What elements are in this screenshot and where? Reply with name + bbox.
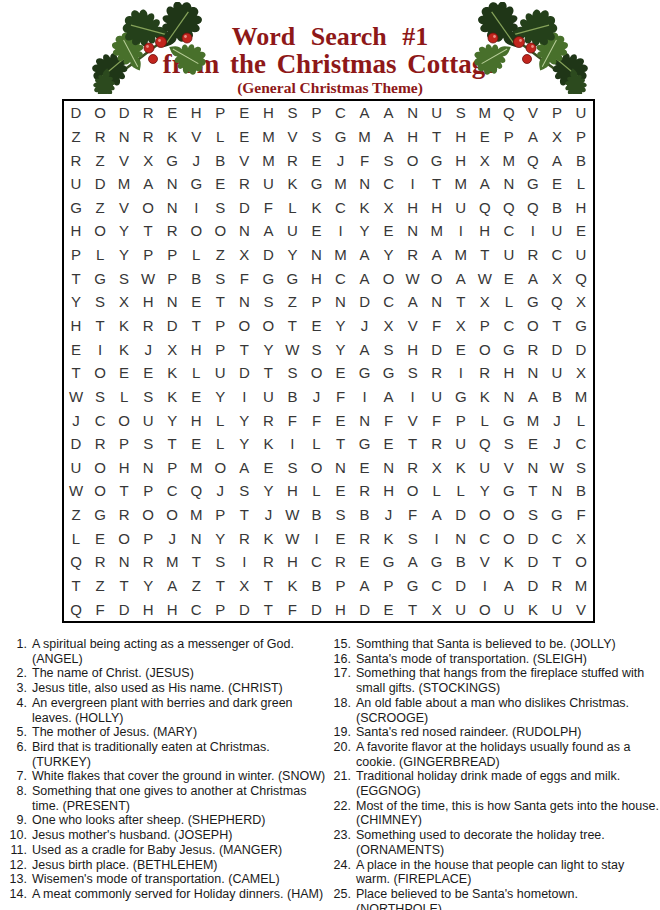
grid-cell[interactable]: E (328, 408, 352, 432)
grid-cell[interactable]: J (304, 385, 328, 409)
grid-cell[interactable]: P (449, 408, 473, 432)
grid-cell[interactable]: F (328, 385, 352, 409)
grid-cell[interactable]: F (232, 266, 256, 290)
grid-cell[interactable]: P (208, 101, 232, 125)
grid-cell[interactable]: E (377, 432, 401, 456)
grid-cell[interactable]: A (401, 290, 425, 314)
grid-cell[interactable]: U (545, 219, 569, 243)
grid-cell[interactable]: U (569, 243, 593, 267)
grid-cell[interactable]: T (112, 479, 136, 503)
grid-cell[interactable]: G (353, 361, 377, 385)
grid-cell[interactable]: E (473, 125, 497, 149)
grid-cell[interactable]: T (184, 314, 208, 338)
grid-cell[interactable]: O (473, 597, 497, 621)
grid-cell[interactable]: D (569, 337, 593, 361)
grid-cell[interactable]: C (497, 219, 521, 243)
grid-cell[interactable]: M (256, 148, 280, 172)
grid-cell[interactable]: J (208, 479, 232, 503)
grid-cell[interactable]: C (184, 597, 208, 621)
grid-cell[interactable]: T (88, 314, 112, 338)
grid-cell[interactable]: X (449, 314, 473, 338)
grid-cell[interactable]: O (208, 456, 232, 480)
grid-cell[interactable]: E (232, 101, 256, 125)
grid-cell[interactable]: U (280, 219, 304, 243)
grid-cell[interactable]: L (112, 385, 136, 409)
grid-cell[interactable]: A (497, 574, 521, 598)
grid-cell[interactable]: E (184, 385, 208, 409)
grid-cell[interactable]: K (280, 574, 304, 598)
grid-cell[interactable]: X (569, 290, 593, 314)
grid-cell[interactable]: P (569, 125, 593, 149)
grid-cell[interactable]: E (160, 101, 184, 125)
grid-cell[interactable]: U (425, 385, 449, 409)
grid-cell[interactable]: J (160, 526, 184, 550)
grid-cell[interactable]: O (497, 503, 521, 527)
grid-cell[interactable]: X (232, 574, 256, 598)
grid-cell[interactable]: H (449, 148, 473, 172)
grid-cell[interactable]: T (112, 574, 136, 598)
grid-cell[interactable]: O (88, 101, 112, 125)
grid-cell[interactable]: P (208, 314, 232, 338)
grid-cell[interactable]: K (160, 385, 184, 409)
grid-cell[interactable]: L (304, 432, 328, 456)
grid-cell[interactable]: S (208, 196, 232, 220)
grid-cell[interactable]: N (425, 290, 449, 314)
grid-cell[interactable]: W (401, 266, 425, 290)
grid-cell[interactable]: T (136, 219, 160, 243)
grid-cell[interactable]: R (473, 361, 497, 385)
grid-cell[interactable]: U (497, 597, 521, 621)
grid-cell[interactable]: D (425, 337, 449, 361)
grid-cell[interactable]: O (184, 219, 208, 243)
grid-cell[interactable]: D (160, 314, 184, 338)
grid-cell[interactable]: Q (473, 432, 497, 456)
grid-cell[interactable]: E (112, 361, 136, 385)
grid-cell[interactable]: E (521, 432, 545, 456)
grid-cell[interactable]: S (256, 290, 280, 314)
grid-cell[interactable]: P (112, 432, 136, 456)
grid-cell[interactable]: E (545, 172, 569, 196)
grid-cell[interactable]: H (377, 479, 401, 503)
grid-cell[interactable]: P (136, 243, 160, 267)
grid-cell[interactable]: A (425, 243, 449, 267)
grid-cell[interactable]: N (112, 125, 136, 149)
grid-cell[interactable]: S (88, 385, 112, 409)
grid-cell[interactable]: E (88, 526, 112, 550)
grid-cell[interactable]: A (136, 172, 160, 196)
grid-cell[interactable]: R (136, 550, 160, 574)
grid-cell[interactable]: S (569, 456, 593, 480)
grid-cell[interactable]: E (328, 479, 352, 503)
grid-cell[interactable]: O (88, 219, 112, 243)
grid-cell[interactable]: T (280, 314, 304, 338)
grid-cell[interactable]: S (304, 125, 328, 149)
grid-cell[interactable]: U (473, 456, 497, 480)
grid-cell[interactable]: V (521, 101, 545, 125)
grid-cell[interactable]: U (449, 432, 473, 456)
grid-cell[interactable]: S (377, 337, 401, 361)
grid-cell[interactable]: E (256, 456, 280, 480)
grid-cell[interactable]: V (473, 550, 497, 574)
grid-cell[interactable]: C (425, 574, 449, 598)
grid-cell[interactable]: I (280, 432, 304, 456)
grid-cell[interactable]: R (88, 125, 112, 149)
grid-cell[interactable]: P (136, 526, 160, 550)
grid-cell[interactable]: Z (184, 574, 208, 598)
grid-cell[interactable]: I (304, 526, 328, 550)
grid-cell[interactable]: T (64, 266, 88, 290)
grid-cell[interactable]: T (232, 503, 256, 527)
grid-cell[interactable]: R (401, 456, 425, 480)
grid-cell[interactable]: J (136, 337, 160, 361)
grid-cell[interactable]: L (304, 479, 328, 503)
grid-cell[interactable]: L (280, 196, 304, 220)
grid-cell[interactable]: V (497, 456, 521, 480)
grid-cell[interactable]: Q (545, 290, 569, 314)
grid-cell[interactable]: O (304, 456, 328, 480)
grid-cell[interactable]: F (377, 408, 401, 432)
grid-cell[interactable]: F (88, 597, 112, 621)
grid-cell[interactable]: L (569, 408, 593, 432)
grid-cell[interactable]: M (184, 456, 208, 480)
grid-cell[interactable]: I (401, 385, 425, 409)
grid-cell[interactable]: P (304, 290, 328, 314)
grid-cell[interactable]: N (401, 101, 425, 125)
grid-cell[interactable]: H (136, 290, 160, 314)
grid-cell[interactable]: R (88, 550, 112, 574)
grid-cell[interactable]: G (184, 172, 208, 196)
grid-cell[interactable]: R (112, 503, 136, 527)
grid-cell[interactable]: K (304, 196, 328, 220)
grid-cell[interactable]: H (280, 550, 304, 574)
grid-cell[interactable]: A (256, 219, 280, 243)
grid-cell[interactable]: D (449, 503, 473, 527)
grid-cell[interactable]: Z (88, 574, 112, 598)
grid-cell[interactable]: E (353, 550, 377, 574)
grid-cell[interactable]: E (328, 361, 352, 385)
grid-cell[interactable]: V (112, 148, 136, 172)
grid-cell[interactable]: H (425, 196, 449, 220)
grid-cell[interactable]: O (569, 550, 593, 574)
grid-cell[interactable]: I (328, 219, 352, 243)
grid-cell[interactable]: B (353, 503, 377, 527)
grid-cell[interactable]: M (328, 243, 352, 267)
grid-cell[interactable]: N (497, 172, 521, 196)
grid-cell[interactable]: C (545, 243, 569, 267)
grid-cell[interactable]: Z (88, 196, 112, 220)
grid-cell[interactable]: O (256, 314, 280, 338)
grid-cell[interactable]: U (64, 456, 88, 480)
grid-cell[interactable]: L (569, 172, 593, 196)
grid-cell[interactable]: P (328, 574, 352, 598)
grid-cell[interactable]: K (160, 125, 184, 149)
grid-cell[interactable]: Q (473, 196, 497, 220)
grid-cell[interactable]: U (256, 385, 280, 409)
grid-cell[interactable]: Y (280, 243, 304, 267)
grid-cell[interactable]: G (449, 385, 473, 409)
grid-cell[interactable]: P (304, 101, 328, 125)
grid-cell[interactable]: W (545, 456, 569, 480)
grid-cell[interactable]: P (160, 266, 184, 290)
grid-cell[interactable]: J (328, 148, 352, 172)
grid-cell[interactable]: D (521, 526, 545, 550)
grid-cell[interactable]: O (377, 266, 401, 290)
grid-cell[interactable]: E (208, 172, 232, 196)
grid-cell[interactable]: T (184, 550, 208, 574)
grid-cell[interactable]: A (377, 385, 401, 409)
grid-cell[interactable]: R (545, 574, 569, 598)
grid-cell[interactable]: I (521, 219, 545, 243)
grid-cell[interactable]: G (401, 574, 425, 598)
grid-cell[interactable]: N (304, 243, 328, 267)
grid-cell[interactable]: Z (64, 503, 88, 527)
grid-cell[interactable]: N (160, 196, 184, 220)
grid-cell[interactable]: U (545, 597, 569, 621)
grid-cell[interactable]: P (208, 597, 232, 621)
grid-cell[interactable]: G (88, 266, 112, 290)
grid-cell[interactable]: A (353, 266, 377, 290)
grid-cell[interactable]: D (232, 597, 256, 621)
grid-cell[interactable]: A (545, 148, 569, 172)
grid-cell[interactable]: N (232, 219, 256, 243)
grid-cell[interactable]: X (473, 148, 497, 172)
grid-cell[interactable]: M (328, 172, 352, 196)
grid-cell[interactable]: J (64, 408, 88, 432)
grid-cell[interactable]: A (377, 125, 401, 149)
grid-cell[interactable]: R (232, 526, 256, 550)
grid-cell[interactable]: Y (136, 574, 160, 598)
grid-cell[interactable]: R (280, 148, 304, 172)
grid-cell[interactable]: S (232, 479, 256, 503)
grid-cell[interactable]: H (401, 125, 425, 149)
grid-cell[interactable]: T (401, 597, 425, 621)
grid-cell[interactable]: C (88, 408, 112, 432)
grid-cell[interactable]: Y (256, 337, 280, 361)
grid-cell[interactable]: W (136, 266, 160, 290)
grid-cell[interactable]: T (256, 574, 280, 598)
grid-cell[interactable]: E (184, 432, 208, 456)
grid-cell[interactable]: S (497, 432, 521, 456)
grid-cell[interactable]: G (497, 337, 521, 361)
grid-cell[interactable]: B (280, 385, 304, 409)
grid-cell[interactable]: T (545, 314, 569, 338)
grid-cell[interactable]: T (449, 290, 473, 314)
grid-cell[interactable]: H (160, 597, 184, 621)
grid-cell[interactable]: H (280, 479, 304, 503)
grid-cell[interactable]: S (136, 385, 160, 409)
grid-cell[interactable]: L (473, 408, 497, 432)
grid-cell[interactable]: R (353, 479, 377, 503)
grid-cell[interactable]: Z (64, 125, 88, 149)
grid-cell[interactable]: T (256, 597, 280, 621)
grid-cell[interactable]: S (401, 361, 425, 385)
grid-cell[interactable]: H (497, 361, 521, 385)
grid-cell[interactable]: D (232, 196, 256, 220)
grid-cell[interactable]: R (256, 408, 280, 432)
grid-cell[interactable]: R (521, 337, 545, 361)
grid-cell[interactable]: B (184, 266, 208, 290)
grid-cell[interactable]: F (256, 196, 280, 220)
grid-cell[interactable]: T (328, 432, 352, 456)
grid-cell[interactable]: H (184, 408, 208, 432)
grid-cell[interactable]: A (160, 574, 184, 598)
grid-cell[interactable]: X (112, 290, 136, 314)
grid-cell[interactable]: M (521, 408, 545, 432)
grid-cell[interactable]: B (545, 385, 569, 409)
grid-cell[interactable]: H (304, 266, 328, 290)
grid-cell[interactable]: K (112, 337, 136, 361)
grid-cell[interactable]: J (545, 408, 569, 432)
grid-cell[interactable]: B (449, 550, 473, 574)
grid-cell[interactable]: X (545, 266, 569, 290)
grid-cell[interactable]: M (184, 503, 208, 527)
grid-cell[interactable]: U (136, 408, 160, 432)
grid-cell[interactable]: N (521, 456, 545, 480)
grid-cell[interactable]: B (304, 503, 328, 527)
grid-cell[interactable]: A (449, 266, 473, 290)
grid-cell[interactable]: U (569, 101, 593, 125)
grid-cell[interactable]: N (328, 456, 352, 480)
grid-cell[interactable]: S (401, 526, 425, 550)
grid-cell[interactable]: D (304, 597, 328, 621)
grid-cell[interactable]: A (521, 125, 545, 149)
grid-cell[interactable]: G (521, 290, 545, 314)
grid-cell[interactable]: M (160, 550, 184, 574)
grid-cell[interactable]: W (64, 385, 88, 409)
grid-cell[interactable]: L (449, 479, 473, 503)
grid-cell[interactable]: C (328, 101, 352, 125)
grid-cell[interactable]: O (401, 148, 425, 172)
grid-cell[interactable]: S (208, 550, 232, 574)
grid-cell[interactable]: I (88, 337, 112, 361)
grid-cell[interactable]: D (88, 172, 112, 196)
grid-cell[interactable]: C (160, 479, 184, 503)
grid-cell[interactable]: B (545, 196, 569, 220)
grid-cell[interactable]: M (569, 385, 593, 409)
grid-cell[interactable]: K (473, 385, 497, 409)
grid-cell[interactable]: T (64, 574, 88, 598)
grid-cell[interactable]: G (64, 196, 88, 220)
grid-cell[interactable]: S (280, 101, 304, 125)
grid-cell[interactable]: K (449, 456, 473, 480)
grid-cell[interactable]: R (256, 550, 280, 574)
grid-cell[interactable]: T (521, 479, 545, 503)
grid-cell[interactable]: Y (112, 219, 136, 243)
grid-cell[interactable]: R (232, 172, 256, 196)
grid-cell[interactable]: U (449, 597, 473, 621)
grid-cell[interactable]: O (208, 219, 232, 243)
grid-cell[interactable]: X (569, 361, 593, 385)
grid-cell[interactable]: X (569, 526, 593, 550)
grid-cell[interactable]: O (88, 456, 112, 480)
grid-cell[interactable]: K (256, 526, 280, 550)
grid-cell[interactable]: D (112, 597, 136, 621)
grid-cell[interactable]: E (377, 597, 401, 621)
grid-cell[interactable]: T (545, 550, 569, 574)
grid-cell[interactable]: N (377, 456, 401, 480)
grid-cell[interactable]: L (88, 243, 112, 267)
grid-cell[interactable]: D (64, 432, 88, 456)
grid-cell[interactable]: A (377, 101, 401, 125)
grid-cell[interactable]: V (401, 408, 425, 432)
grid-cell[interactable]: I (425, 526, 449, 550)
grid-cell[interactable]: P (208, 503, 232, 527)
grid-cell[interactable]: N (136, 456, 160, 480)
grid-cell[interactable]: S (280, 361, 304, 385)
grid-cell[interactable]: N (449, 526, 473, 550)
grid-cell[interactable]: Z (88, 148, 112, 172)
grid-cell[interactable]: N (401, 219, 425, 243)
grid-cell[interactable]: E (304, 314, 328, 338)
grid-cell[interactable]: Z (208, 243, 232, 267)
grid-cell[interactable]: A (353, 337, 377, 361)
grid-cell[interactable]: W (473, 266, 497, 290)
grid-cell[interactable]: T (160, 432, 184, 456)
grid-cell[interactable]: B (304, 574, 328, 598)
grid-cell[interactable]: P (160, 243, 184, 267)
grid-cell[interactable]: O (473, 503, 497, 527)
grid-cell[interactable]: R (328, 550, 352, 574)
grid-cell[interactable]: G (88, 503, 112, 527)
grid-cell[interactable]: Y (208, 385, 232, 409)
grid-cell[interactable]: M (256, 125, 280, 149)
grid-cell[interactable]: Q (64, 597, 88, 621)
grid-cell[interactable]: Y (353, 219, 377, 243)
grid-cell[interactable]: E (184, 290, 208, 314)
grid-cell[interactable]: F (401, 503, 425, 527)
grid-cell[interactable]: M (425, 219, 449, 243)
grid-cell[interactable]: H (256, 101, 280, 125)
grid-cell[interactable]: Y (208, 526, 232, 550)
grid-cell[interactable]: Z (280, 290, 304, 314)
grid-cell[interactable]: L (208, 125, 232, 149)
grid-cell[interactable]: I (449, 361, 473, 385)
grid-cell[interactable]: O (112, 526, 136, 550)
grid-cell[interactable]: Q (521, 196, 545, 220)
grid-cell[interactable]: C (377, 172, 401, 196)
grid-cell[interactable]: G (425, 550, 449, 574)
grid-cell[interactable]: G (425, 148, 449, 172)
grid-cell[interactable]: N (112, 550, 136, 574)
grid-cell[interactable]: D (256, 243, 280, 267)
grid-cell[interactable]: A (353, 574, 377, 598)
grid-cell[interactable]: E (377, 219, 401, 243)
grid-cell[interactable]: I (232, 385, 256, 409)
grid-cell[interactable]: D (545, 337, 569, 361)
grid-cell[interactable]: U (256, 172, 280, 196)
grid-cell[interactable]: U (497, 243, 521, 267)
grid-cell[interactable]: T (64, 361, 88, 385)
grid-cell[interactable]: N (497, 385, 521, 409)
grid-cell[interactable]: G (256, 266, 280, 290)
grid-cell[interactable]: O (425, 266, 449, 290)
grid-cell[interactable]: B (208, 148, 232, 172)
grid-cell[interactable]: V (184, 125, 208, 149)
grid-cell[interactable]: I (353, 385, 377, 409)
grid-cell[interactable]: U (425, 101, 449, 125)
grid-cell[interactable]: O (473, 337, 497, 361)
grid-cell[interactable]: E (64, 337, 88, 361)
grid-cell[interactable]: C (377, 290, 401, 314)
grid-cell[interactable]: M (353, 125, 377, 149)
grid-cell[interactable]: X (545, 125, 569, 149)
grid-cell[interactable]: O (521, 314, 545, 338)
grid-cell[interactable]: S (88, 290, 112, 314)
grid-cell[interactable]: M (569, 574, 593, 598)
grid-cell[interactable]: G (377, 361, 401, 385)
grid-cell[interactable]: O (112, 408, 136, 432)
grid-cell[interactable]: T (208, 290, 232, 314)
